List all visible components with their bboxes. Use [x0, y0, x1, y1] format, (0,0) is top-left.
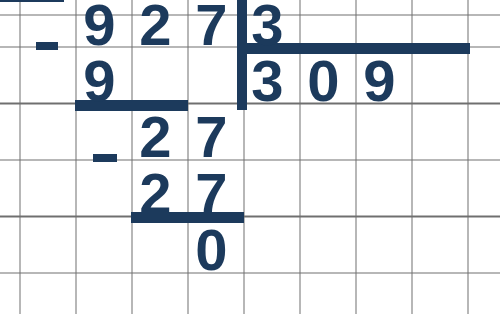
partial-digit-7: 7	[184, 103, 240, 159]
quotient-digit-9: 9	[352, 47, 408, 103]
divisor-digit-3: 3	[240, 0, 296, 47]
minus-sign-1	[36, 42, 58, 50]
subtrahend1-digit-9: 9	[72, 47, 128, 103]
quotient-digit-3: 3	[240, 47, 296, 103]
quotient-digit-0: 0	[296, 47, 352, 103]
minus-sign-2	[93, 154, 117, 162]
squared-paper-worksheet: 9273930927270	[0, 0, 500, 314]
top-left-crop-artifact-line	[0, 0, 64, 2]
dividend-digit-7: 7	[184, 0, 240, 47]
partial-digit-2: 2	[128, 103, 184, 159]
remainder-digit-0: 0	[184, 216, 240, 272]
subtrahend2-digit-2: 2	[128, 159, 184, 215]
dividend-digit-9: 9	[72, 0, 128, 47]
subtrahend2-digit-7: 7	[184, 159, 240, 215]
dividend-digit-2: 2	[128, 0, 184, 47]
